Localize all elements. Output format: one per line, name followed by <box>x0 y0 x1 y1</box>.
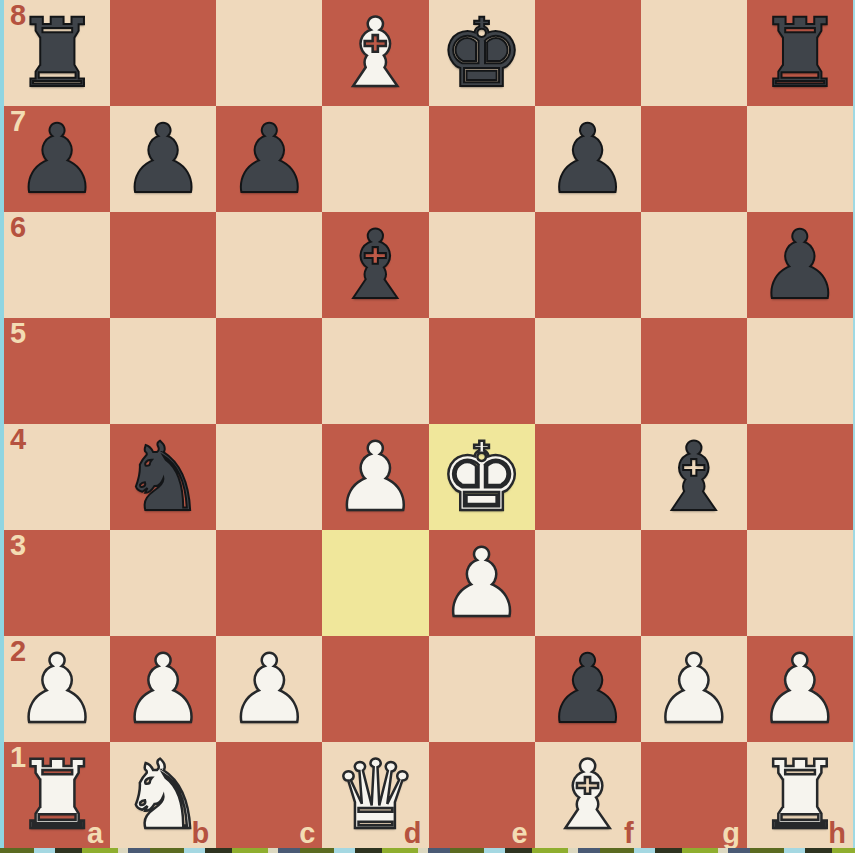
square-c7[interactable]: ♟ <box>216 106 322 212</box>
square-g5[interactable] <box>641 318 747 424</box>
square-f7[interactable]: ♟ <box>535 106 641 212</box>
square-h5[interactable] <box>747 318 853 424</box>
square-d2[interactable] <box>322 636 428 742</box>
black-pawn-a7[interactable]: ♟ <box>4 106 110 212</box>
window-edge-bottom <box>0 848 855 853</box>
square-b4[interactable]: ♞ <box>110 424 216 530</box>
black-pawn-f7[interactable]: ♟ <box>535 106 641 212</box>
white-pawn-a2[interactable]: ♟ <box>4 636 110 742</box>
square-d1[interactable]: d♛ <box>322 742 428 848</box>
white-king-e4[interactable]: ♚ <box>429 424 535 530</box>
rank-label-6: 6 <box>10 213 26 242</box>
file-label-g: g <box>722 819 740 848</box>
square-h4[interactable] <box>747 424 853 530</box>
file-label-e: e <box>511 819 527 848</box>
square-e8[interactable]: ♚ <box>429 0 535 106</box>
square-e1[interactable]: e <box>429 742 535 848</box>
black-rook-a8[interactable]: ♜ <box>4 0 110 106</box>
square-e2[interactable] <box>429 636 535 742</box>
square-d8[interactable]: ♝ <box>322 0 428 106</box>
square-b5[interactable] <box>110 318 216 424</box>
square-c8[interactable] <box>216 0 322 106</box>
white-rook-h1[interactable]: ♜ <box>747 742 853 848</box>
rank-label-5: 5 <box>10 319 26 348</box>
chess-board: 8♜♝♚♜7♟♟♟♟6♝♟54♞♟♚♝3♟2♟♟♟♟♟♟1a♜b♞cd♛ef♝g… <box>4 0 853 848</box>
file-label-c: c <box>299 819 315 848</box>
square-c3[interactable] <box>216 530 322 636</box>
white-pawn-g2[interactable]: ♟ <box>641 636 747 742</box>
square-g6[interactable] <box>641 212 747 318</box>
square-g3[interactable] <box>641 530 747 636</box>
square-c4[interactable] <box>216 424 322 530</box>
square-d3[interactable] <box>322 530 428 636</box>
square-a6[interactable]: 6 <box>4 212 110 318</box>
square-a1[interactable]: 1a♜ <box>4 742 110 848</box>
white-bishop-f1[interactable]: ♝ <box>535 742 641 848</box>
square-d4[interactable]: ♟ <box>322 424 428 530</box>
black-knight-b4[interactable]: ♞ <box>110 424 216 530</box>
square-e5[interactable] <box>429 318 535 424</box>
white-pawn-h2[interactable]: ♟ <box>747 636 853 742</box>
chess-app-window: 8♜♝♚♜7♟♟♟♟6♝♟54♞♟♚♝3♟2♟♟♟♟♟♟1a♜b♞cd♛ef♝g… <box>0 0 855 853</box>
square-b3[interactable] <box>110 530 216 636</box>
square-e6[interactable] <box>429 212 535 318</box>
square-f6[interactable] <box>535 212 641 318</box>
square-h6[interactable]: ♟ <box>747 212 853 318</box>
square-c2[interactable]: ♟ <box>216 636 322 742</box>
white-queen-d1[interactable]: ♛ <box>322 742 428 848</box>
square-g2[interactable]: ♟ <box>641 636 747 742</box>
black-pawn-h6[interactable]: ♟ <box>747 212 853 318</box>
square-d6[interactable]: ♝ <box>322 212 428 318</box>
square-c6[interactable] <box>216 212 322 318</box>
rank-label-3: 3 <box>10 531 26 560</box>
square-f5[interactable] <box>535 318 641 424</box>
square-a7[interactable]: 7♟ <box>4 106 110 212</box>
square-b1[interactable]: b♞ <box>110 742 216 848</box>
square-a4[interactable]: 4 <box>4 424 110 530</box>
square-h3[interactable] <box>747 530 853 636</box>
square-g8[interactable] <box>641 0 747 106</box>
square-c1[interactable]: c <box>216 742 322 848</box>
black-bishop-d6[interactable]: ♝ <box>322 212 428 318</box>
black-bishop-g4[interactable]: ♝ <box>641 424 747 530</box>
square-e4[interactable]: ♚ <box>429 424 535 530</box>
black-pawn-b7[interactable]: ♟ <box>110 106 216 212</box>
square-h7[interactable] <box>747 106 853 212</box>
square-g4[interactable]: ♝ <box>641 424 747 530</box>
white-pawn-e3[interactable]: ♟ <box>429 530 535 636</box>
square-d7[interactable] <box>322 106 428 212</box>
white-knight-b1[interactable]: ♞ <box>110 742 216 848</box>
rank-label-4: 4 <box>10 425 26 454</box>
square-f3[interactable] <box>535 530 641 636</box>
square-a3[interactable]: 3 <box>4 530 110 636</box>
white-bishop-d8[interactable]: ♝ <box>322 0 428 106</box>
square-b8[interactable] <box>110 0 216 106</box>
black-king-e8[interactable]: ♚ <box>429 0 535 106</box>
white-rook-a1[interactable]: ♜ <box>4 742 110 848</box>
square-c5[interactable] <box>216 318 322 424</box>
square-f1[interactable]: f♝ <box>535 742 641 848</box>
square-b2[interactable]: ♟ <box>110 636 216 742</box>
square-b7[interactable]: ♟ <box>110 106 216 212</box>
black-pawn-f2[interactable]: ♟ <box>535 636 641 742</box>
white-pawn-b2[interactable]: ♟ <box>110 636 216 742</box>
square-f4[interactable] <box>535 424 641 530</box>
square-e7[interactable] <box>429 106 535 212</box>
square-h1[interactable]: h♜ <box>747 742 853 848</box>
black-rook-h8[interactable]: ♜ <box>747 0 853 106</box>
square-e3[interactable]: ♟ <box>429 530 535 636</box>
square-a2[interactable]: 2♟ <box>4 636 110 742</box>
square-g7[interactable] <box>641 106 747 212</box>
black-pawn-c7[interactable]: ♟ <box>216 106 322 212</box>
white-pawn-c2[interactable]: ♟ <box>216 636 322 742</box>
white-pawn-d4[interactable]: ♟ <box>322 424 428 530</box>
square-f2[interactable]: ♟ <box>535 636 641 742</box>
square-b6[interactable] <box>110 212 216 318</box>
square-a5[interactable]: 5 <box>4 318 110 424</box>
square-h2[interactable]: ♟ <box>747 636 853 742</box>
square-g1[interactable]: g <box>641 742 747 848</box>
square-h8[interactable]: ♜ <box>747 0 853 106</box>
square-d5[interactable] <box>322 318 428 424</box>
square-f8[interactable] <box>535 0 641 106</box>
square-a8[interactable]: 8♜ <box>4 0 110 106</box>
